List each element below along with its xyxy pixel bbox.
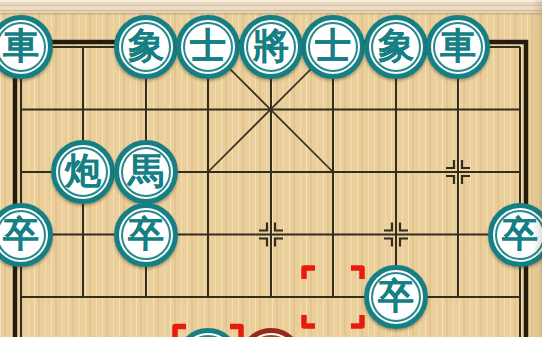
xiangqi-board-screenshot: 車象士士象車將炮馬卒卒卒卒馬兵 [0, 0, 542, 337]
piece-glyph: 馬 [128, 153, 164, 189]
piece-glyph: 卒 [128, 216, 164, 252]
piece-glyph: 卒 [3, 216, 39, 252]
piece-black-cannon-left[interactable]: 炮 [51, 140, 115, 204]
piece-glyph: 卒 [502, 216, 538, 252]
piece-black-elephant-left[interactable]: 象 [114, 15, 178, 79]
piece-black-general[interactable]: 將 [239, 15, 303, 79]
piece-black-chariot-left[interactable]: 車 [0, 15, 53, 79]
piece-black-advisor-right[interactable]: 士 [301, 15, 365, 79]
piece-glyph: 炮 [65, 153, 101, 189]
piece-glyph: 車 [3, 28, 39, 64]
piece-glyph: 士 [190, 28, 226, 64]
piece-black-advisor-left[interactable]: 士 [176, 15, 240, 79]
piece-black-soldier-file-g-advanced[interactable]: 卒 [364, 265, 428, 329]
piece-black-soldier-file-a[interactable]: 卒 [0, 203, 53, 267]
piece-black-elephant-right[interactable]: 象 [364, 15, 428, 79]
piece-glyph: 士 [315, 28, 351, 64]
piece-red-pawn-center-partial[interactable]: 兵 [239, 328, 303, 337]
piece-black-horse-right-partial[interactable]: 馬 [176, 328, 240, 337]
piece-black-horse-left[interactable]: 馬 [114, 140, 178, 204]
piece-glyph: 象 [128, 28, 164, 64]
piece-black-soldier-file-c[interactable]: 卒 [114, 203, 178, 267]
piece-black-chariot-right[interactable]: 車 [426, 15, 490, 79]
piece-glyph: 卒 [378, 278, 414, 314]
piece-layer: 車象士士象車將炮馬卒卒卒卒馬兵 [0, 0, 542, 337]
piece-glyph: 將 [253, 28, 289, 64]
piece-black-soldier-file-i[interactable]: 卒 [488, 203, 542, 267]
piece-glyph: 象 [378, 28, 414, 64]
piece-glyph: 車 [440, 28, 476, 64]
